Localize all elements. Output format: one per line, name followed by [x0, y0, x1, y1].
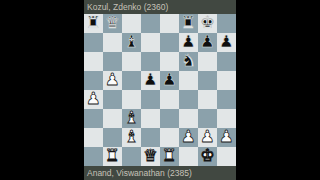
square-g3[interactable] — [198, 109, 217, 128]
square-a5[interactable] — [84, 71, 103, 90]
square-a8[interactable]: ♜ — [84, 14, 103, 33]
black-pawn: ♟ — [162, 72, 177, 89]
square-b3[interactable] — [103, 109, 122, 128]
square-g2[interactable]: ♟ — [198, 128, 217, 147]
square-g1[interactable]: ♚ — [198, 147, 217, 166]
square-h5[interactable] — [217, 71, 236, 90]
square-h1[interactable] — [217, 147, 236, 166]
square-c8[interactable] — [122, 14, 141, 33]
letterbox-right — [236, 0, 320, 180]
square-e8[interactable] — [160, 14, 179, 33]
white-pawn: ♟ — [181, 129, 196, 146]
square-g6[interactable] — [198, 52, 217, 71]
square-h6[interactable] — [217, 52, 236, 71]
square-a7[interactable] — [84, 33, 103, 52]
white-pawn: ♟ — [86, 91, 101, 108]
white-bishop: ♝ — [124, 129, 139, 146]
video-frame: Kozul, Zdenko (2360) ♜♛♜♚♝♟♟♟♞♟♟♟♟♝♝♟♟♟♜… — [0, 0, 320, 180]
black-pawn: ♟ — [181, 34, 196, 51]
black-pawn: ♟ — [143, 72, 158, 89]
black-king: ♚ — [200, 15, 215, 32]
white-pawn: ♟ — [200, 129, 215, 146]
square-b4[interactable] — [103, 90, 122, 109]
square-g5[interactable] — [198, 71, 217, 90]
square-d6[interactable] — [141, 52, 160, 71]
square-h4[interactable] — [217, 90, 236, 109]
square-e5[interactable]: ♟ — [160, 71, 179, 90]
square-f8[interactable]: ♜ — [179, 14, 198, 33]
square-e1[interactable]: ♜ — [160, 147, 179, 166]
white-pawn: ♟ — [105, 72, 120, 89]
square-e2[interactable] — [160, 128, 179, 147]
square-b6[interactable] — [103, 52, 122, 71]
square-c2[interactable]: ♝ — [122, 128, 141, 147]
square-g7[interactable]: ♟ — [198, 33, 217, 52]
square-d7[interactable] — [141, 33, 160, 52]
white-rook: ♜ — [105, 148, 120, 165]
white-bishop: ♝ — [124, 110, 139, 127]
square-a3[interactable] — [84, 109, 103, 128]
black-pawn: ♟ — [200, 34, 215, 51]
square-f4[interactable] — [179, 90, 198, 109]
square-f7[interactable]: ♟ — [179, 33, 198, 52]
square-h2[interactable]: ♟ — [217, 128, 236, 147]
square-h3[interactable] — [217, 109, 236, 128]
square-b1[interactable]: ♜ — [103, 147, 122, 166]
square-e4[interactable] — [160, 90, 179, 109]
letterbox-left — [0, 0, 84, 180]
black-bishop: ♝ — [124, 34, 139, 51]
chess-panel: Kozul, Zdenko (2360) ♜♛♜♚♝♟♟♟♞♟♟♟♟♝♝♟♟♟♜… — [84, 0, 236, 180]
square-c3[interactable]: ♝ — [122, 109, 141, 128]
square-a1[interactable] — [84, 147, 103, 166]
black-knight: ♞ — [181, 53, 196, 70]
square-e3[interactable] — [160, 109, 179, 128]
square-d2[interactable] — [141, 128, 160, 147]
square-a6[interactable] — [84, 52, 103, 71]
square-b2[interactable] — [103, 128, 122, 147]
square-d8[interactable] — [141, 14, 160, 33]
white-queen: ♛ — [143, 148, 158, 165]
white-pawn: ♟ — [219, 129, 234, 146]
black-rook: ♜ — [181, 15, 196, 32]
square-h7[interactable]: ♟ — [217, 33, 236, 52]
square-f2[interactable]: ♟ — [179, 128, 198, 147]
black-pawn: ♟ — [219, 34, 234, 51]
square-f3[interactable] — [179, 109, 198, 128]
square-b8[interactable]: ♛ — [103, 14, 122, 33]
player-bar-white: Anand, Viswanathan (2385) — [84, 166, 236, 180]
square-d1[interactable]: ♛ — [141, 147, 160, 166]
square-b5[interactable]: ♟ — [103, 71, 122, 90]
square-c6[interactable] — [122, 52, 141, 71]
square-d4[interactable] — [141, 90, 160, 109]
square-c5[interactable] — [122, 71, 141, 90]
square-f6[interactable]: ♞ — [179, 52, 198, 71]
black-rook: ♜ — [86, 15, 101, 32]
square-g8[interactable]: ♚ — [198, 14, 217, 33]
square-e7[interactable] — [160, 33, 179, 52]
chess-board: ♜♛♜♚♝♟♟♟♞♟♟♟♟♝♝♟♟♟♜♛♜♚ — [84, 14, 236, 166]
square-c7[interactable]: ♝ — [122, 33, 141, 52]
square-f5[interactable] — [179, 71, 198, 90]
white-king: ♚ — [200, 148, 215, 165]
square-g4[interactable] — [198, 90, 217, 109]
square-c4[interactable] — [122, 90, 141, 109]
square-f1[interactable] — [179, 147, 198, 166]
square-a4[interactable]: ♟ — [84, 90, 103, 109]
white-player-name: Anand, Viswanathan (2385) — [87, 166, 192, 180]
square-c1[interactable] — [122, 147, 141, 166]
black-queen: ♛ — [105, 15, 120, 32]
square-e6[interactable] — [160, 52, 179, 71]
square-b7[interactable] — [103, 33, 122, 52]
white-rook: ♜ — [162, 148, 177, 165]
square-h8[interactable] — [217, 14, 236, 33]
square-d5[interactable]: ♟ — [141, 71, 160, 90]
square-d3[interactable] — [141, 109, 160, 128]
square-a2[interactable] — [84, 128, 103, 147]
